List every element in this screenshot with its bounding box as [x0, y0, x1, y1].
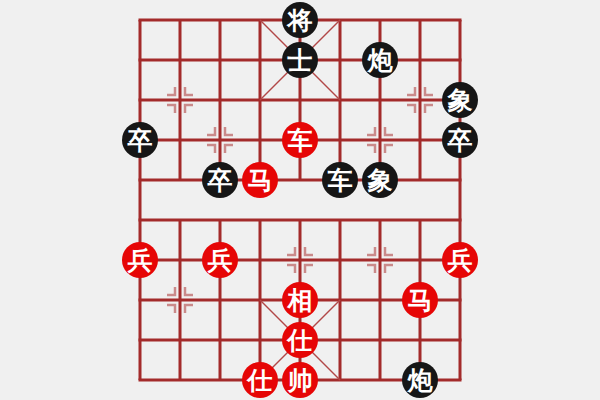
piece-black-elephant[interactable]: 象	[442, 82, 478, 118]
piece-black-elephant[interactable]: 象	[362, 162, 398, 198]
piece-red-pawn[interactable]: 兵	[122, 242, 158, 278]
piece-black-cannon[interactable]: 炮	[362, 42, 398, 78]
xiangqi-board: 将士炮象卒车卒卒马车象兵兵兵相马仕仕帅炮	[120, 0, 480, 400]
pieces-layer: 将士炮象卒车卒卒马车象兵兵兵相马仕仕帅炮	[120, 0, 480, 400]
piece-black-cannon[interactable]: 炮	[402, 362, 438, 398]
piece-red-general[interactable]: 帅	[282, 362, 318, 398]
piece-red-advisor[interactable]: 仕	[242, 362, 278, 398]
piece-red-horse[interactable]: 马	[402, 282, 438, 318]
piece-red-elephant[interactable]: 相	[282, 282, 318, 318]
piece-red-pawn[interactable]: 兵	[442, 242, 478, 278]
piece-black-chariot[interactable]: 车	[322, 162, 358, 198]
piece-black-general[interactable]: 将	[282, 2, 318, 38]
piece-black-pawn[interactable]: 卒	[442, 122, 478, 158]
piece-red-pawn[interactable]: 兵	[202, 242, 238, 278]
piece-red-horse[interactable]: 马	[242, 162, 278, 198]
piece-red-chariot[interactable]: 车	[282, 122, 318, 158]
piece-black-advisor[interactable]: 士	[282, 42, 318, 78]
piece-black-pawn[interactable]: 卒	[122, 122, 158, 158]
piece-red-advisor[interactable]: 仕	[282, 322, 318, 358]
xiangqi-app-screen: 将士炮象卒车卒卒马车象兵兵兵相马仕仕帅炮	[0, 0, 600, 400]
piece-black-pawn[interactable]: 卒	[202, 162, 238, 198]
